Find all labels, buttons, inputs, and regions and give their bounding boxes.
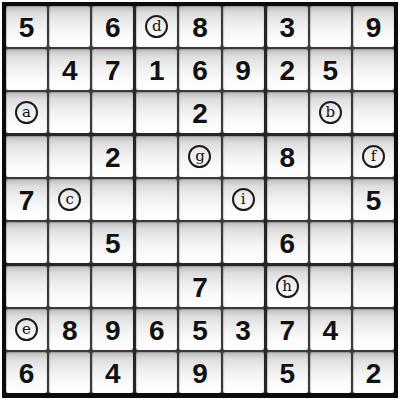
cell-r6c2[interactable] (49, 222, 90, 263)
cell-r9c7[interactable]: 5 (267, 352, 308, 393)
sudoku-page: 5647ad816923925b27c5gi8f56e896476539h745… (0, 0, 400, 402)
cell-r1c5[interactable]: 8 (179, 6, 220, 47)
cell-r3c4[interactable] (136, 92, 177, 133)
sudoku-box-2-2: gi (136, 136, 263, 263)
cell-r6c5[interactable] (179, 222, 220, 263)
cell-r2c5[interactable]: 6 (179, 49, 220, 90)
cell-r1c3[interactable]: 6 (92, 6, 133, 47)
given-digit: 3 (235, 317, 251, 345)
given-digit: 5 (19, 14, 35, 42)
cell-r4c5[interactable]: g (179, 136, 220, 177)
cell-r1c6[interactable] (223, 6, 264, 47)
circled-letter-i: i (232, 188, 255, 211)
cell-r9c6[interactable] (223, 352, 264, 393)
given-digit: 2 (105, 144, 121, 172)
given-digit: 5 (323, 57, 339, 85)
cell-r8c4[interactable]: 6 (136, 309, 177, 350)
given-digit: 9 (366, 14, 382, 42)
cell-r3c5[interactable]: 2 (179, 92, 220, 133)
cell-r3c9[interactable] (353, 92, 394, 133)
circled-letter-g: g (188, 145, 211, 168)
circled-letter-h: h (276, 275, 299, 298)
cell-r8c2[interactable]: 8 (49, 309, 90, 350)
cell-r5c7[interactable] (267, 179, 308, 220)
given-digit: 6 (19, 360, 35, 388)
given-digit: 5 (192, 317, 208, 345)
cell-r6c3[interactable]: 5 (92, 222, 133, 263)
cell-r3c2[interactable] (49, 92, 90, 133)
cell-r1c4[interactable]: d (136, 6, 177, 47)
cell-r2c3[interactable]: 7 (92, 49, 133, 90)
cell-r5c6[interactable]: i (223, 179, 264, 220)
cell-r3c6[interactable] (223, 92, 264, 133)
cell-r7c6[interactable] (223, 266, 264, 307)
cell-r3c3[interactable] (92, 92, 133, 133)
given-digit: 6 (149, 317, 165, 345)
cell-r7c2[interactable] (49, 266, 90, 307)
cell-r8c6[interactable]: 3 (223, 309, 264, 350)
cell-r7c7[interactable]: h (267, 266, 308, 307)
cell-r5c9[interactable]: 5 (353, 179, 394, 220)
given-digit: 7 (279, 317, 295, 345)
cell-r2c9[interactable] (353, 49, 394, 90)
cell-r9c4[interactable] (136, 352, 177, 393)
circled-letter-c: c (58, 188, 81, 211)
sudoku-box-2-1: 27c5 (6, 136, 133, 263)
sudoku-box-1-2: d81692 (136, 6, 263, 133)
given-digit: 7 (19, 187, 35, 215)
cell-r9c9[interactable]: 2 (353, 352, 394, 393)
sudoku-board: 5647ad816923925b27c5gi8f56e896476539h745… (2, 2, 398, 398)
cell-r4c6[interactable] (223, 136, 264, 177)
given-digit: 5 (366, 187, 382, 215)
cell-r6c9[interactable] (353, 222, 394, 263)
cell-r8c3[interactable]: 9 (92, 309, 133, 350)
circled-letter-b: b (319, 101, 342, 124)
given-digit: 2 (192, 100, 208, 128)
cell-r3c8[interactable]: b (310, 92, 351, 133)
cell-r5c4[interactable] (136, 179, 177, 220)
given-digit: 7 (105, 57, 121, 85)
cell-r2c4[interactable]: 1 (136, 49, 177, 90)
circled-letter-a: a (15, 101, 38, 124)
cell-r5c2[interactable]: c (49, 179, 90, 220)
cell-r7c8[interactable] (310, 266, 351, 307)
sudoku-box-1-3: 3925b (267, 6, 394, 133)
cell-r7c5[interactable]: 7 (179, 266, 220, 307)
cell-r9c5[interactable]: 9 (179, 352, 220, 393)
cell-r5c1[interactable]: 7 (6, 179, 47, 220)
given-digit: 4 (323, 317, 339, 345)
cell-r1c2[interactable] (49, 6, 90, 47)
cell-r2c8[interactable]: 5 (310, 49, 351, 90)
cell-r8c5[interactable]: 5 (179, 309, 220, 350)
cell-r4c3[interactable]: 2 (92, 136, 133, 177)
cell-r1c7[interactable]: 3 (267, 6, 308, 47)
cell-r5c8[interactable] (310, 179, 351, 220)
sudoku-box-3-2: 76539 (136, 266, 263, 393)
circled-letter-d: d (145, 15, 168, 38)
cell-r8c7[interactable]: 7 (267, 309, 308, 350)
cell-r6c4[interactable] (136, 222, 177, 263)
cell-r1c9[interactable]: 9 (353, 6, 394, 47)
cell-r1c8[interactable] (310, 6, 351, 47)
cell-r2c1[interactable] (6, 49, 47, 90)
given-digit: 2 (366, 360, 382, 388)
cell-r2c7[interactable]: 2 (267, 49, 308, 90)
given-digit: 5 (279, 360, 295, 388)
given-digit: 9 (105, 317, 121, 345)
given-digit: 8 (62, 317, 78, 345)
cell-r6c6[interactable] (223, 222, 264, 263)
given-digit: 4 (62, 57, 78, 85)
cell-r7c1[interactable] (6, 266, 47, 307)
given-digit: 6 (279, 230, 295, 258)
given-digit: 9 (235, 57, 251, 85)
cell-r9c1[interactable]: 6 (6, 352, 47, 393)
cell-r7c4[interactable] (136, 266, 177, 307)
given-digit: 2 (279, 57, 295, 85)
circled-letter-f: f (362, 145, 385, 168)
cell-r7c3[interactable] (92, 266, 133, 307)
cell-r5c3[interactable] (92, 179, 133, 220)
sudoku-box-3-3: h7452 (267, 266, 394, 393)
given-digit: 3 (279, 14, 295, 42)
cell-r6c7[interactable]: 6 (267, 222, 308, 263)
cell-r7c9[interactable] (353, 266, 394, 307)
cell-r9c3[interactable]: 4 (92, 352, 133, 393)
given-digit: 1 (149, 57, 165, 85)
cell-r4c4[interactable] (136, 136, 177, 177)
cell-r6c1[interactable] (6, 222, 47, 263)
given-digit: 7 (192, 274, 208, 302)
cell-r5c5[interactable] (179, 179, 220, 220)
circled-letter-e: e (15, 318, 38, 341)
cell-r2c6[interactable]: 9 (223, 49, 264, 90)
given-digit: 5 (105, 230, 121, 258)
cell-r4c2[interactable] (49, 136, 90, 177)
sudoku-box-2-3: 8f56 (267, 136, 394, 263)
cell-r9c2[interactable] (49, 352, 90, 393)
cell-r6c8[interactable] (310, 222, 351, 263)
cell-r4c8[interactable] (310, 136, 351, 177)
cell-r8c9[interactable] (353, 309, 394, 350)
given-digit: 6 (192, 57, 208, 85)
cell-r8c8[interactable]: 4 (310, 309, 351, 350)
cell-r2c2[interactable]: 4 (49, 49, 90, 90)
cell-r9c8[interactable] (310, 352, 351, 393)
given-digit: 6 (105, 14, 121, 42)
cell-r3c7[interactable] (267, 92, 308, 133)
given-digit: 8 (279, 144, 295, 172)
sudoku-box-3-1: e8964 (6, 266, 133, 393)
cell-r3c1[interactable]: a (6, 92, 47, 133)
cell-r4c7[interactable]: 8 (267, 136, 308, 177)
cell-r8c1[interactable]: e (6, 309, 47, 350)
cell-r1c1[interactable]: 5 (6, 6, 47, 47)
cell-r4c1[interactable] (6, 136, 47, 177)
given-digit: 9 (192, 360, 208, 388)
given-digit: 4 (105, 360, 121, 388)
cell-r4c9[interactable]: f (353, 136, 394, 177)
given-digit: 8 (192, 14, 208, 42)
sudoku-box-1-1: 5647a (6, 6, 133, 133)
